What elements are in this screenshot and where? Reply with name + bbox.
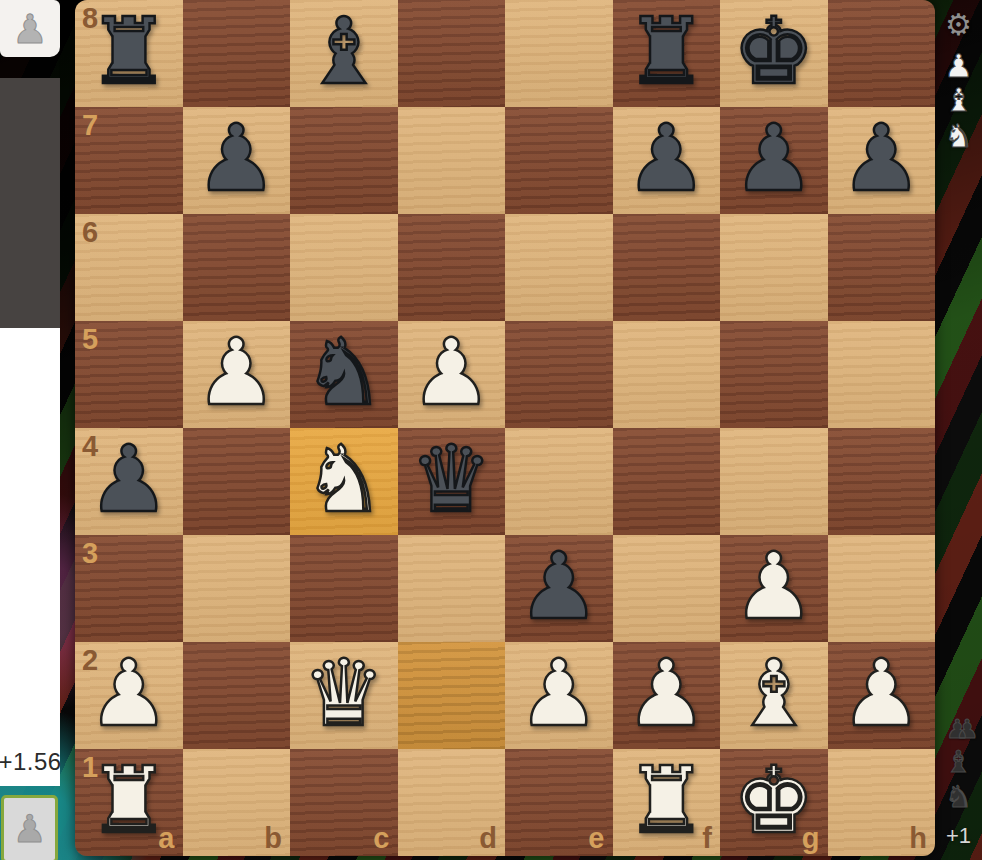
piece-white-rook[interactable]: ♜	[613, 749, 721, 856]
piece-white-pawn[interactable]: ♟	[828, 642, 936, 749]
square-h1[interactable]: h	[828, 749, 936, 856]
piece-black-king[interactable]: ♚	[720, 0, 828, 107]
piece-white-pawn[interactable]: ♟	[398, 321, 506, 428]
piece-white-bishop[interactable]: ♝	[720, 642, 828, 749]
square-c3[interactable]	[290, 535, 398, 642]
piece-white-rook[interactable]: ♜	[75, 749, 183, 856]
piece-black-bishop[interactable]: ♝	[290, 0, 398, 107]
piece-white-pawn[interactable]: ♟	[613, 642, 721, 749]
square-f4[interactable]	[613, 428, 721, 535]
square-g4[interactable]	[720, 428, 828, 535]
square-f3[interactable]	[613, 535, 721, 642]
square-f5[interactable]	[613, 321, 721, 428]
square-f7[interactable]: ♟	[613, 107, 721, 214]
square-h6[interactable]	[828, 214, 936, 321]
square-d2[interactable]	[398, 642, 506, 749]
square-a2[interactable]: 2♟	[75, 642, 183, 749]
side-panel-gray	[0, 78, 60, 328]
square-e3[interactable]: ♟	[505, 535, 613, 642]
right-sidebar: ⚙ ♟ ♝ ♞ ♟♟ ♝ ♞ +1	[935, 0, 982, 860]
square-g7[interactable]: ♟	[720, 107, 828, 214]
piece-white-pawn[interactable]: ♟	[505, 642, 613, 749]
square-a6[interactable]: 6	[75, 214, 183, 321]
square-c2[interactable]: ♛	[290, 642, 398, 749]
square-b1[interactable]: b	[183, 749, 291, 856]
piece-black-rook[interactable]: ♜	[75, 0, 183, 107]
piece-black-knight[interactable]: ♞	[290, 321, 398, 428]
square-c1[interactable]: c	[290, 749, 398, 856]
piece-black-pawn[interactable]: ♟	[183, 107, 291, 214]
square-h3[interactable]	[828, 535, 936, 642]
square-g6[interactable]	[720, 214, 828, 321]
square-b6[interactable]	[183, 214, 291, 321]
pawn-avatar-icon: ♟	[12, 810, 46, 848]
square-h4[interactable]	[828, 428, 936, 535]
rank-label-5: 5	[82, 323, 98, 356]
gear-icon[interactable]: ⚙	[935, 10, 982, 40]
square-b4[interactable]	[183, 428, 291, 535]
square-e6[interactable]	[505, 214, 613, 321]
file-label-c: c	[373, 822, 389, 855]
square-g1[interactable]: g♚	[720, 749, 828, 856]
evaluation-score: +1.56	[0, 748, 62, 776]
square-b2[interactable]	[183, 642, 291, 749]
material-advantage: +1	[935, 825, 982, 847]
piece-black-pawn[interactable]: ♟	[720, 107, 828, 214]
rank-label-6: 6	[82, 216, 98, 249]
square-d1[interactable]: d	[398, 749, 506, 856]
white-player-avatar-active[interactable]: ♟	[1, 795, 58, 860]
square-b3[interactable]	[183, 535, 291, 642]
square-c6[interactable]	[290, 214, 398, 321]
square-d7[interactable]	[398, 107, 506, 214]
square-h5[interactable]	[828, 321, 936, 428]
file-label-d: d	[479, 822, 497, 855]
captured-white-knight-icon: ♞	[935, 120, 982, 152]
square-h2[interactable]: ♟	[828, 642, 936, 749]
square-a4[interactable]: 4♟	[75, 428, 183, 535]
captured-white-bishop-icon: ♝	[935, 84, 982, 116]
rank-label-3: 3	[82, 537, 98, 570]
square-e1[interactable]: e	[505, 749, 613, 856]
square-a3[interactable]: 3	[75, 535, 183, 642]
piece-white-pawn[interactable]: ♟	[75, 642, 183, 749]
pawn-avatar-icon: ♟	[12, 9, 48, 49]
piece-white-pawn[interactable]: ♟	[720, 535, 828, 642]
square-h7[interactable]: ♟	[828, 107, 936, 214]
square-c7[interactable]	[290, 107, 398, 214]
square-e4[interactable]	[505, 428, 613, 535]
square-f8[interactable]: ♜	[613, 0, 721, 107]
piece-black-queen[interactable]: ♛	[398, 428, 506, 535]
square-g3[interactable]: ♟	[720, 535, 828, 642]
file-label-b: b	[264, 822, 282, 855]
square-a8[interactable]: 8♜	[75, 0, 183, 107]
square-a1[interactable]: 1a♜	[75, 749, 183, 856]
file-label-e: e	[588, 822, 604, 855]
square-d4[interactable]: ♛	[398, 428, 506, 535]
captured-white-pawn-icon: ♟	[935, 50, 982, 82]
square-a5[interactable]: 5	[75, 321, 183, 428]
rank-label-7: 7	[82, 109, 98, 142]
square-f2[interactable]: ♟	[613, 642, 721, 749]
piece-black-pawn[interactable]: ♟	[828, 107, 936, 214]
square-f6[interactable]	[613, 214, 721, 321]
piece-white-pawn[interactable]: ♟	[183, 321, 291, 428]
square-d6[interactable]	[398, 214, 506, 321]
square-d8[interactable]	[398, 0, 506, 107]
file-label-h: h	[909, 822, 927, 855]
square-f1[interactable]: f♜	[613, 749, 721, 856]
square-g8[interactable]: ♚	[720, 0, 828, 107]
captured-black-pawns-icon: ♟♟	[935, 716, 982, 742]
piece-white-queen[interactable]: ♛	[290, 642, 398, 749]
square-c8[interactable]: ♝	[290, 0, 398, 107]
piece-black-pawn[interactable]: ♟	[613, 107, 721, 214]
square-b7[interactable]: ♟	[183, 107, 291, 214]
square-g2[interactable]: ♝	[720, 642, 828, 749]
square-b8[interactable]	[183, 0, 291, 107]
square-h8[interactable]	[828, 0, 936, 107]
piece-black-rook[interactable]: ♜	[613, 0, 721, 107]
piece-black-pawn[interactable]: ♟	[505, 535, 613, 642]
chess-board[interactable]: 8♜♝♜♚7♟♟♟♟65♟♞♟4♟♞♛3♟♟2♟♛♟♟♝♟1a♜bcdef♜g♚…	[75, 0, 935, 856]
piece-black-pawn[interactable]: ♟	[75, 428, 183, 535]
square-a7[interactable]: 7	[75, 107, 183, 214]
square-d5[interactable]: ♟	[398, 321, 506, 428]
square-b5[interactable]: ♟	[183, 321, 291, 428]
square-e8[interactable]	[505, 0, 613, 107]
square-g5[interactable]	[720, 321, 828, 428]
captured-black-knight-icon: ♞	[935, 782, 982, 812]
square-c4[interactable]: ♞	[290, 428, 398, 535]
square-e5[interactable]	[505, 321, 613, 428]
piece-white-knight[interactable]: ♞	[290, 428, 398, 535]
evaluation-panel: +1.56	[0, 328, 60, 786]
captured-black-bishop-icon: ♝	[935, 747, 982, 777]
black-player-avatar[interactable]: ♟	[0, 0, 60, 57]
square-d3[interactable]	[398, 535, 506, 642]
square-e2[interactable]: ♟	[505, 642, 613, 749]
square-c5[interactable]: ♞	[290, 321, 398, 428]
piece-white-king[interactable]: ♚	[720, 749, 828, 856]
square-e7[interactable]	[505, 107, 613, 214]
